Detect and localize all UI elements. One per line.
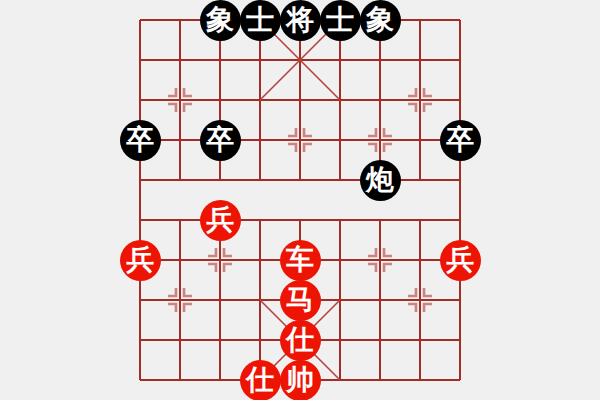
piece-red-e2[interactable]: 仕: [280, 320, 321, 361]
piece-red-e1[interactable]: 帅: [280, 360, 321, 400]
pieces-layer: 象士将士象卒卒卒炮兵兵车兵马仕仕帅: [120, 0, 480, 400]
piece-black-g6[interactable]: 炮: [360, 160, 401, 201]
piece-red-i4[interactable]: 兵: [440, 240, 481, 281]
xiangqi-board: 象士将士象卒卒卒炮兵兵车兵马仕仕帅: [0, 0, 600, 400]
piece-red-a4[interactable]: 兵: [120, 240, 161, 281]
piece-red-e4[interactable]: 车: [280, 240, 321, 281]
piece-black-i7[interactable]: 卒: [440, 120, 481, 161]
piece-black-d10[interactable]: 士: [240, 0, 281, 41]
piece-red-e3[interactable]: 马: [280, 280, 321, 321]
piece-black-g10[interactable]: 象: [360, 0, 401, 41]
piece-black-f10[interactable]: 士: [320, 0, 361, 41]
piece-red-c5[interactable]: 兵: [200, 200, 241, 241]
piece-red-d1[interactable]: 仕: [240, 360, 281, 400]
piece-black-c10[interactable]: 象: [200, 0, 241, 41]
piece-black-a7[interactable]: 卒: [120, 120, 161, 161]
piece-black-c7[interactable]: 卒: [200, 120, 241, 161]
piece-black-e10[interactable]: 将: [280, 0, 321, 41]
